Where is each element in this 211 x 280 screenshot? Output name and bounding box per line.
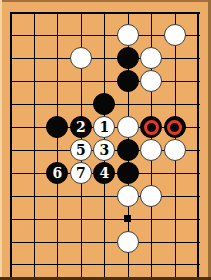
stone-white-move-7: 7 <box>70 162 92 184</box>
stone-black <box>117 162 139 184</box>
grid-line-horizontal <box>10 219 200 220</box>
stone-black <box>117 47 139 69</box>
grid-line-horizontal <box>10 264 200 265</box>
move-number-label: 7 <box>76 166 86 180</box>
move-number-label: 1 <box>99 120 109 134</box>
stone-black-move-4: 4 <box>93 162 115 184</box>
grid-line-horizontal <box>10 12 200 14</box>
stone-black-move-2: 2 <box>70 116 92 138</box>
grid-line-vertical <box>197 12 199 278</box>
stone-black <box>117 139 139 161</box>
stone-white <box>117 185 139 207</box>
circle-mark-icon <box>167 120 182 135</box>
stone-white <box>164 139 186 161</box>
stone-white <box>117 24 139 46</box>
move-number-label: 6 <box>53 166 63 180</box>
diagram-border-left <box>0 0 2 280</box>
stone-white <box>164 24 186 46</box>
move-number-label: 2 <box>76 120 86 134</box>
go-board-diagram: 2153674 <box>0 0 211 280</box>
stone-white <box>140 139 162 161</box>
stone-white-move-5: 5 <box>70 139 92 161</box>
grid-line-vertical <box>10 12 12 278</box>
diagram-border-top <box>0 0 211 2</box>
grid-line-horizontal <box>10 58 200 59</box>
move-number-label: 4 <box>99 166 109 180</box>
go-board: 2153674 <box>0 0 211 280</box>
move-number-label: 5 <box>76 143 86 157</box>
diagram-border-right <box>208 0 211 280</box>
grid-line-vertical <box>57 12 58 278</box>
stone-white <box>70 47 92 69</box>
grid-line-horizontal <box>10 196 200 197</box>
stone-white <box>117 116 139 138</box>
stone-white <box>140 185 162 207</box>
circle-mark-icon <box>144 120 159 135</box>
stone-white <box>117 231 139 253</box>
grid-line-vertical <box>34 12 35 278</box>
move-number-label: 3 <box>99 143 109 157</box>
grid-line-horizontal <box>10 81 200 82</box>
square-point-marker <box>124 215 131 222</box>
grid-line-horizontal <box>10 242 200 243</box>
stone-black <box>117 70 139 92</box>
